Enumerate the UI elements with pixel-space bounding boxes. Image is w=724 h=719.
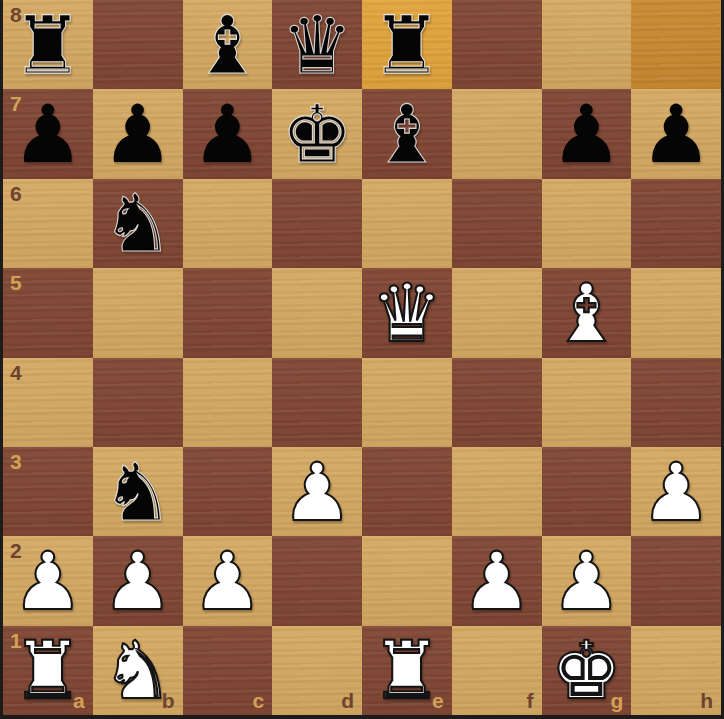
square-c7[interactable]: ♟ bbox=[183, 89, 273, 178]
white-rook[interactable]: ♜ bbox=[371, 631, 443, 711]
white-bishop[interactable]: ♝ bbox=[551, 274, 623, 354]
square-d7[interactable]: ♚ bbox=[272, 89, 362, 178]
square-h3[interactable]: ♟ bbox=[631, 447, 721, 536]
square-g1[interactable]: g♚ bbox=[542, 626, 632, 715]
square-e7[interactable]: ♝ bbox=[362, 89, 452, 178]
square-g4[interactable] bbox=[542, 358, 632, 447]
black-pawn[interactable]: ♟ bbox=[102, 95, 174, 175]
square-a5[interactable]: 5 bbox=[3, 268, 93, 357]
square-b6[interactable]: ♞ bbox=[93, 179, 183, 268]
file-label-d: d bbox=[341, 689, 354, 713]
white-king[interactable]: ♚ bbox=[551, 631, 623, 711]
square-f6[interactable] bbox=[452, 179, 542, 268]
square-b3[interactable]: ♞ bbox=[93, 447, 183, 536]
square-a3[interactable]: 3 bbox=[3, 447, 93, 536]
white-pawn[interactable]: ♟ bbox=[551, 542, 623, 622]
square-b8[interactable] bbox=[93, 0, 183, 89]
square-d3[interactable]: ♟ bbox=[272, 447, 362, 536]
square-h6[interactable] bbox=[631, 179, 721, 268]
white-pawn[interactable]: ♟ bbox=[12, 542, 84, 622]
black-knight[interactable]: ♞ bbox=[102, 184, 174, 264]
black-pawn[interactable]: ♟ bbox=[192, 95, 264, 175]
square-g8[interactable] bbox=[542, 0, 632, 89]
square-h8[interactable] bbox=[631, 0, 721, 89]
square-h7[interactable]: ♟ bbox=[631, 89, 721, 178]
square-f3[interactable] bbox=[452, 447, 542, 536]
square-g5[interactable]: ♝ bbox=[542, 268, 632, 357]
square-a1[interactable]: 1a♜ bbox=[3, 626, 93, 715]
square-c1[interactable]: c bbox=[183, 626, 273, 715]
square-d6[interactable] bbox=[272, 179, 362, 268]
file-label-f: f bbox=[527, 689, 534, 713]
square-e2[interactable] bbox=[362, 536, 452, 625]
rank-label-4: 4 bbox=[10, 361, 22, 385]
white-knight[interactable]: ♞ bbox=[102, 631, 174, 711]
square-f5[interactable] bbox=[452, 268, 542, 357]
square-f7[interactable] bbox=[452, 89, 542, 178]
rank-label-6: 6 bbox=[10, 182, 22, 206]
square-a4[interactable]: 4 bbox=[3, 358, 93, 447]
black-queen[interactable]: ♛ bbox=[281, 6, 353, 86]
white-rook[interactable]: ♜ bbox=[12, 631, 84, 711]
square-h4[interactable] bbox=[631, 358, 721, 447]
square-d4[interactable] bbox=[272, 358, 362, 447]
white-pawn[interactable]: ♟ bbox=[281, 453, 353, 533]
square-h5[interactable] bbox=[631, 268, 721, 357]
square-d8[interactable]: ♛ bbox=[272, 0, 362, 89]
square-a6[interactable]: 6 bbox=[3, 179, 93, 268]
square-c6[interactable] bbox=[183, 179, 273, 268]
black-king[interactable]: ♚ bbox=[281, 95, 353, 175]
square-f8[interactable] bbox=[452, 0, 542, 89]
square-e1[interactable]: e♜ bbox=[362, 626, 452, 715]
rank-label-3: 3 bbox=[10, 450, 22, 474]
square-e3[interactable] bbox=[362, 447, 452, 536]
square-h2[interactable] bbox=[631, 536, 721, 625]
white-pawn[interactable]: ♟ bbox=[102, 542, 174, 622]
square-g7[interactable]: ♟ bbox=[542, 89, 632, 178]
square-f1[interactable]: f bbox=[452, 626, 542, 715]
square-b1[interactable]: b♞ bbox=[93, 626, 183, 715]
rank-label-5: 5 bbox=[10, 271, 22, 295]
square-f2[interactable]: ♟ bbox=[452, 536, 542, 625]
square-a7[interactable]: 7♟ bbox=[3, 89, 93, 178]
square-a2[interactable]: 2♟ bbox=[3, 536, 93, 625]
white-queen[interactable]: ♛ bbox=[371, 274, 443, 354]
square-e6[interactable] bbox=[362, 179, 452, 268]
black-pawn[interactable]: ♟ bbox=[640, 95, 712, 175]
square-g6[interactable] bbox=[542, 179, 632, 268]
black-knight[interactable]: ♞ bbox=[102, 453, 174, 533]
square-c2[interactable]: ♟ bbox=[183, 536, 273, 625]
file-label-c: c bbox=[253, 689, 265, 713]
square-d2[interactable] bbox=[272, 536, 362, 625]
black-rook[interactable]: ♜ bbox=[12, 6, 84, 86]
file-label-h: h bbox=[700, 689, 713, 713]
square-b7[interactable]: ♟ bbox=[93, 89, 183, 178]
square-h1[interactable]: h bbox=[631, 626, 721, 715]
white-pawn[interactable]: ♟ bbox=[461, 542, 533, 622]
square-f4[interactable] bbox=[452, 358, 542, 447]
square-d5[interactable] bbox=[272, 268, 362, 357]
square-b4[interactable] bbox=[93, 358, 183, 447]
square-d1[interactable]: d bbox=[272, 626, 362, 715]
square-a8[interactable]: 8♜ bbox=[3, 0, 93, 89]
square-e8[interactable]: ♜ bbox=[362, 0, 452, 89]
white-pawn[interactable]: ♟ bbox=[640, 453, 712, 533]
square-c5[interactable] bbox=[183, 268, 273, 357]
square-b5[interactable] bbox=[93, 268, 183, 357]
black-bishop[interactable]: ♝ bbox=[192, 6, 264, 86]
black-rook[interactable]: ♜ bbox=[371, 6, 443, 86]
black-pawn[interactable]: ♟ bbox=[12, 95, 84, 175]
square-g3[interactable] bbox=[542, 447, 632, 536]
white-pawn[interactable]: ♟ bbox=[192, 542, 264, 622]
square-c8[interactable]: ♝ bbox=[183, 0, 273, 89]
square-c4[interactable] bbox=[183, 358, 273, 447]
black-bishop[interactable]: ♝ bbox=[371, 95, 443, 175]
square-e5[interactable]: ♛ bbox=[362, 268, 452, 357]
chess-board: 8♜♝♛♜7♟♟♟♚♝♟♟6♞5♛♝43♞♟♟2♟♟♟♟♟1a♜b♞cde♜fg… bbox=[0, 0, 724, 719]
square-g2[interactable]: ♟ bbox=[542, 536, 632, 625]
square-b2[interactable]: ♟ bbox=[93, 536, 183, 625]
black-pawn[interactable]: ♟ bbox=[551, 95, 623, 175]
square-c3[interactable] bbox=[183, 447, 273, 536]
square-e4[interactable] bbox=[362, 358, 452, 447]
